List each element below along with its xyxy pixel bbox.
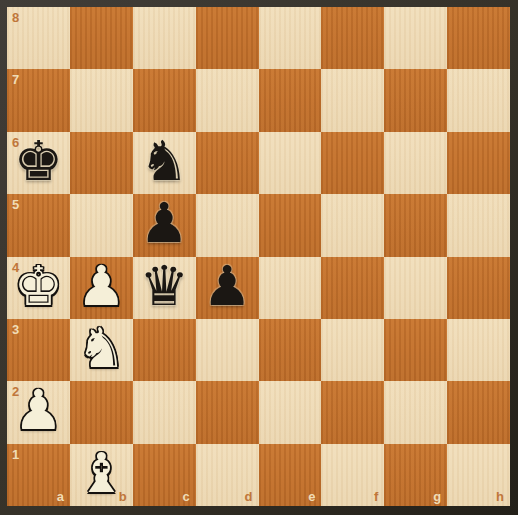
square-f6[interactable] (321, 132, 384, 194)
square-d3[interactable] (196, 319, 259, 381)
square-g4[interactable] (384, 257, 447, 319)
black-knight[interactable]: ♞ (140, 132, 189, 192)
square-g2[interactable] (384, 381, 447, 443)
rank-label-1: 1 (12, 448, 19, 461)
square-h6[interactable] (447, 132, 510, 194)
square-d1[interactable]: d (196, 444, 259, 506)
square-e5[interactable] (259, 194, 322, 256)
square-b8[interactable] (70, 7, 133, 69)
square-d6[interactable] (196, 132, 259, 194)
file-label-c: c (182, 490, 189, 503)
square-h7[interactable] (447, 69, 510, 131)
square-b2[interactable] (70, 381, 133, 443)
file-label-h: h (496, 490, 504, 503)
chess-board: 876♚♞5♟4♚♟♛♟3♞2♟1ab♝cdefgh (7, 7, 510, 506)
square-a6[interactable]: 6♚ (7, 132, 70, 194)
black-king[interactable]: ♚ (14, 132, 63, 192)
square-h5[interactable] (447, 194, 510, 256)
white-bishop[interactable]: ♝ (77, 444, 126, 504)
black-queen[interactable]: ♛ (140, 257, 189, 317)
square-g1[interactable]: g (384, 444, 447, 506)
square-h3[interactable] (447, 319, 510, 381)
file-label-f: f (374, 490, 378, 503)
rank-label-8: 8 (12, 11, 19, 24)
square-b4[interactable]: ♟ (70, 257, 133, 319)
square-c5[interactable]: ♟ (133, 194, 196, 256)
square-a4[interactable]: 4♚ (7, 257, 70, 319)
square-f5[interactable] (321, 194, 384, 256)
square-a3[interactable]: 3 (7, 319, 70, 381)
square-c3[interactable] (133, 319, 196, 381)
square-f8[interactable] (321, 7, 384, 69)
square-h2[interactable] (447, 381, 510, 443)
square-f7[interactable] (321, 69, 384, 131)
white-king[interactable]: ♚ (14, 257, 63, 317)
white-pawn[interactable]: ♟ (14, 381, 63, 441)
square-c7[interactable] (133, 69, 196, 131)
square-e3[interactable] (259, 319, 322, 381)
black-pawn[interactable]: ♟ (140, 194, 189, 254)
square-h4[interactable] (447, 257, 510, 319)
file-label-a: a (57, 490, 64, 503)
square-a1[interactable]: 1a (7, 444, 70, 506)
square-f3[interactable] (321, 319, 384, 381)
square-h1[interactable]: h (447, 444, 510, 506)
square-g6[interactable] (384, 132, 447, 194)
square-d2[interactable] (196, 381, 259, 443)
square-c8[interactable] (133, 7, 196, 69)
square-g7[interactable] (384, 69, 447, 131)
board-frame: 876♚♞5♟4♚♟♛♟3♞2♟1ab♝cdefgh (0, 0, 518, 515)
square-f2[interactable] (321, 381, 384, 443)
rank-label-7: 7 (12, 73, 19, 86)
black-pawn[interactable]: ♟ (202, 257, 251, 317)
square-d4[interactable]: ♟ (196, 257, 259, 319)
square-e2[interactable] (259, 381, 322, 443)
square-g8[interactable] (384, 7, 447, 69)
square-b7[interactable] (70, 69, 133, 131)
square-b1[interactable]: b♝ (70, 444, 133, 506)
square-e6[interactable] (259, 132, 322, 194)
white-pawn[interactable]: ♟ (77, 257, 126, 317)
square-a2[interactable]: 2♟ (7, 381, 70, 443)
square-a8[interactable]: 8 (7, 7, 70, 69)
file-label-g: g (433, 490, 441, 503)
square-g5[interactable] (384, 194, 447, 256)
rank-label-5: 5 (12, 198, 19, 211)
square-b5[interactable] (70, 194, 133, 256)
square-d7[interactable] (196, 69, 259, 131)
rank-label-3: 3 (12, 323, 19, 336)
square-c6[interactable]: ♞ (133, 132, 196, 194)
square-e7[interactable] (259, 69, 322, 131)
square-e8[interactable] (259, 7, 322, 69)
square-g3[interactable] (384, 319, 447, 381)
square-h8[interactable] (447, 7, 510, 69)
square-b3[interactable]: ♞ (70, 319, 133, 381)
square-c1[interactable]: c (133, 444, 196, 506)
square-f4[interactable] (321, 257, 384, 319)
square-c4[interactable]: ♛ (133, 257, 196, 319)
white-knight[interactable]: ♞ (77, 319, 126, 379)
square-a5[interactable]: 5 (7, 194, 70, 256)
square-a7[interactable]: 7 (7, 69, 70, 131)
square-e1[interactable]: e (259, 444, 322, 506)
square-d8[interactable] (196, 7, 259, 69)
square-c2[interactable] (133, 381, 196, 443)
square-e4[interactable] (259, 257, 322, 319)
square-d5[interactable] (196, 194, 259, 256)
file-label-d: d (245, 490, 253, 503)
square-b6[interactable] (70, 132, 133, 194)
file-label-e: e (308, 490, 315, 503)
square-f1[interactable]: f (321, 444, 384, 506)
